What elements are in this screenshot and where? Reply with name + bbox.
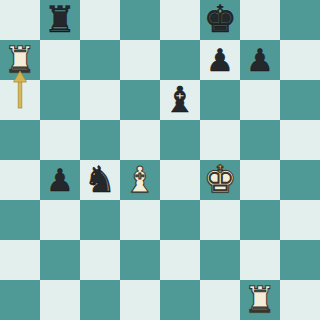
square-e5[interactable]	[160, 120, 200, 160]
square-b6[interactable]	[40, 80, 80, 120]
square-g4[interactable]	[240, 160, 280, 200]
square-d2[interactable]	[120, 240, 160, 280]
square-d7[interactable]	[120, 40, 160, 80]
square-b8[interactable]: ♜	[40, 0, 80, 40]
square-b5[interactable]	[40, 120, 80, 160]
square-f5[interactable]	[200, 120, 240, 160]
square-g2[interactable]	[240, 240, 280, 280]
square-f3[interactable]	[200, 200, 240, 240]
square-g5[interactable]	[240, 120, 280, 160]
square-d4[interactable]: ♝	[120, 160, 160, 200]
square-b1[interactable]	[40, 280, 80, 320]
piece-black-pawn-g7[interactable]: ♟	[240, 40, 280, 80]
square-a7[interactable]: ♜	[0, 40, 40, 80]
square-c3[interactable]	[80, 200, 120, 240]
square-h3[interactable]	[280, 200, 320, 240]
square-e8[interactable]	[160, 0, 200, 40]
square-h6[interactable]	[280, 80, 320, 120]
square-h4[interactable]	[280, 160, 320, 200]
square-a8[interactable]	[0, 0, 40, 40]
square-e7[interactable]	[160, 40, 200, 80]
square-c1[interactable]	[80, 280, 120, 320]
square-c2[interactable]	[80, 240, 120, 280]
square-e1[interactable]	[160, 280, 200, 320]
piece-black-pawn-f7[interactable]: ♟	[200, 40, 240, 80]
square-d8[interactable]	[120, 0, 160, 40]
square-a3[interactable]	[0, 200, 40, 240]
square-d6[interactable]	[120, 80, 160, 120]
piece-black-pawn-b4[interactable]: ♟	[40, 160, 80, 200]
square-h8[interactable]	[280, 0, 320, 40]
square-e4[interactable]	[160, 160, 200, 200]
square-b7[interactable]	[40, 40, 80, 80]
square-a4[interactable]	[0, 160, 40, 200]
square-g1[interactable]: ♜	[240, 280, 280, 320]
piece-black-bishop-e6[interactable]: ♝	[160, 80, 200, 120]
piece-black-knight-c4[interactable]: ♞	[80, 160, 120, 200]
square-e3[interactable]	[160, 200, 200, 240]
square-b2[interactable]	[40, 240, 80, 280]
square-f1[interactable]	[200, 280, 240, 320]
square-g6[interactable]	[240, 80, 280, 120]
square-d5[interactable]	[120, 120, 160, 160]
square-f2[interactable]	[200, 240, 240, 280]
square-h1[interactable]	[280, 280, 320, 320]
piece-black-king-f8[interactable]: ♚	[200, 0, 240, 40]
square-f4[interactable]: ♚	[200, 160, 240, 200]
chess-board: ♜♚♜♟♟♝♟♞♝♚♜	[0, 0, 320, 320]
square-f7[interactable]: ♟	[200, 40, 240, 80]
square-a5[interactable]	[0, 120, 40, 160]
chess-board-wrapper: ♜♚♜♟♟♝♟♞♝♚♜	[0, 0, 320, 320]
square-a6[interactable]	[0, 80, 40, 120]
square-g7[interactable]: ♟	[240, 40, 280, 80]
piece-white-rook-a7[interactable]: ♜	[0, 40, 40, 80]
piece-white-bishop-d4[interactable]: ♝	[120, 160, 160, 200]
square-h5[interactable]	[280, 120, 320, 160]
square-c5[interactable]	[80, 120, 120, 160]
piece-white-king-f4[interactable]: ♚	[200, 160, 240, 200]
square-c6[interactable]	[80, 80, 120, 120]
square-c8[interactable]	[80, 0, 120, 40]
square-b4[interactable]: ♟	[40, 160, 80, 200]
square-c4[interactable]: ♞	[80, 160, 120, 200]
square-b3[interactable]	[40, 200, 80, 240]
square-g3[interactable]	[240, 200, 280, 240]
square-f6[interactable]	[200, 80, 240, 120]
square-g8[interactable]	[240, 0, 280, 40]
square-f8[interactable]: ♚	[200, 0, 240, 40]
square-e6[interactable]: ♝	[160, 80, 200, 120]
square-c7[interactable]	[80, 40, 120, 80]
square-e2[interactable]	[160, 240, 200, 280]
square-d1[interactable]	[120, 280, 160, 320]
piece-white-rook-g1[interactable]: ♜	[240, 280, 280, 320]
square-a1[interactable]	[0, 280, 40, 320]
square-d3[interactable]	[120, 200, 160, 240]
square-h7[interactable]	[280, 40, 320, 80]
square-h2[interactable]	[280, 240, 320, 280]
piece-black-rook-b8[interactable]: ♜	[40, 0, 80, 40]
square-a2[interactable]	[0, 240, 40, 280]
